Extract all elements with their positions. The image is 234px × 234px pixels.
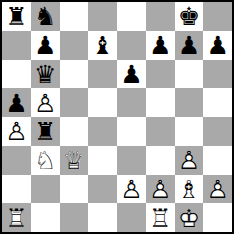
square-c3[interactable]: ♛♕ (60, 146, 89, 175)
black-pawn-glyph: ♟ (146, 33, 175, 58)
square-g4[interactable] (175, 117, 204, 146)
square-a7[interactable] (2, 31, 31, 60)
black-pawn-piece: ♟ (31, 31, 60, 60)
white-rook-outline: ♖ (146, 205, 175, 230)
white-queen-piece: ♛♕ (60, 146, 89, 175)
black-rook-glyph: ♜ (31, 119, 60, 144)
black-pawn-piece: ♟ (117, 60, 146, 89)
square-d3[interactable] (88, 146, 117, 175)
square-g3[interactable]: ♟♙ (175, 146, 204, 175)
white-bishop-piece: ♝♗ (175, 175, 204, 204)
square-b1[interactable] (31, 203, 60, 232)
square-c2[interactable] (60, 175, 89, 204)
square-a6[interactable] (2, 60, 31, 89)
white-knight-piece: ♞♘ (31, 146, 60, 175)
square-f6[interactable] (146, 60, 175, 89)
square-a1[interactable]: ♜♖ (2, 203, 31, 232)
black-queen-glyph: ♛ (31, 61, 60, 86)
white-pawn-outline: ♙ (117, 176, 146, 201)
white-pawn-piece: ♟♙ (117, 175, 146, 204)
black-pawn-piece: ♟ (203, 31, 232, 60)
chess-board: ♜♞♚♟♝♟♟♟♛♟♟♟♙♟♙♜♞♘♛♕♟♙♟♙♟♙♝♗♟♙♜♖♜♖♚♔ (0, 0, 234, 234)
square-c8[interactable] (60, 2, 89, 31)
square-b6[interactable]: ♛ (31, 60, 60, 89)
square-h2[interactable]: ♟♙ (203, 175, 232, 204)
black-knight-piece: ♞ (31, 2, 60, 31)
square-g2[interactable]: ♝♗ (175, 175, 204, 204)
square-d7[interactable]: ♝ (88, 31, 117, 60)
white-knight-outline: ♘ (31, 148, 60, 173)
white-rook-piece: ♜♖ (146, 203, 175, 232)
square-f3[interactable] (146, 146, 175, 175)
black-pawn-glyph: ♟ (117, 61, 146, 86)
square-b2[interactable] (31, 175, 60, 204)
square-h5[interactable] (203, 88, 232, 117)
square-f8[interactable] (146, 2, 175, 31)
square-c5[interactable] (60, 88, 89, 117)
square-a2[interactable] (2, 175, 31, 204)
white-pawn-piece: ♟♙ (2, 117, 31, 146)
black-knight-glyph: ♞ (31, 4, 60, 29)
square-b5[interactable]: ♟♙ (31, 88, 60, 117)
square-c1[interactable] (60, 203, 89, 232)
white-pawn-outline: ♙ (31, 90, 60, 115)
black-bishop-glyph: ♝ (88, 33, 117, 58)
white-pawn-piece: ♟♙ (31, 88, 60, 117)
square-g6[interactable] (175, 60, 204, 89)
square-b7[interactable]: ♟ (31, 31, 60, 60)
square-e7[interactable] (117, 31, 146, 60)
black-king-glyph: ♚ (175, 4, 204, 29)
black-rook-piece: ♜ (31, 117, 60, 146)
square-f7[interactable]: ♟ (146, 31, 175, 60)
square-a5[interactable]: ♟ (2, 88, 31, 117)
black-bishop-piece: ♝ (88, 31, 117, 60)
square-b4[interactable]: ♜ (31, 117, 60, 146)
square-h7[interactable]: ♟ (203, 31, 232, 60)
white-king-outline: ♔ (175, 205, 204, 230)
square-f2[interactable]: ♟♙ (146, 175, 175, 204)
square-h6[interactable] (203, 60, 232, 89)
square-e4[interactable] (117, 117, 146, 146)
black-rook-piece: ♜ (2, 2, 31, 31)
square-f4[interactable] (146, 117, 175, 146)
white-king-piece: ♚♔ (175, 203, 204, 232)
black-pawn-glyph: ♟ (31, 33, 60, 58)
white-pawn-outline: ♙ (203, 176, 232, 201)
black-pawn-glyph: ♟ (2, 90, 31, 115)
square-a8[interactable]: ♜ (2, 2, 31, 31)
white-pawn-outline: ♙ (146, 176, 175, 201)
black-rook-glyph: ♜ (2, 4, 31, 29)
square-g8[interactable]: ♚ (175, 2, 204, 31)
square-c4[interactable] (60, 117, 89, 146)
black-king-piece: ♚ (175, 2, 204, 31)
white-bishop-outline: ♗ (175, 176, 204, 201)
black-pawn-glyph: ♟ (175, 33, 204, 58)
square-d5[interactable] (88, 88, 117, 117)
square-c6[interactable] (60, 60, 89, 89)
white-pawn-outline: ♙ (2, 119, 31, 144)
square-d8[interactable] (88, 2, 117, 31)
white-pawn-piece: ♟♙ (175, 146, 204, 175)
square-h1[interactable] (203, 203, 232, 232)
square-d1[interactable] (88, 203, 117, 232)
square-g1[interactable]: ♚♔ (175, 203, 204, 232)
square-d6[interactable] (88, 60, 117, 89)
square-b3[interactable]: ♞♘ (31, 146, 60, 175)
square-g5[interactable] (175, 88, 204, 117)
square-f1[interactable]: ♜♖ (146, 203, 175, 232)
square-g7[interactable]: ♟ (175, 31, 204, 60)
white-rook-piece: ♜♖ (2, 203, 31, 232)
square-h4[interactable] (203, 117, 232, 146)
square-e6[interactable]: ♟ (117, 60, 146, 89)
square-d4[interactable] (88, 117, 117, 146)
white-pawn-piece: ♟♙ (146, 175, 175, 204)
square-c7[interactable] (60, 31, 89, 60)
square-e1[interactable] (117, 203, 146, 232)
square-f5[interactable] (146, 88, 175, 117)
square-a4[interactable]: ♟♙ (2, 117, 31, 146)
white-queen-outline: ♕ (60, 148, 89, 173)
square-h3[interactable] (203, 146, 232, 175)
square-e2[interactable]: ♟♙ (117, 175, 146, 204)
square-b8[interactable]: ♞ (31, 2, 60, 31)
square-h8[interactable] (203, 2, 232, 31)
black-queen-piece: ♛ (31, 60, 60, 89)
square-a3[interactable] (2, 146, 31, 175)
white-rook-outline: ♖ (2, 205, 31, 230)
black-pawn-piece: ♟ (146, 31, 175, 60)
square-e8[interactable] (117, 2, 146, 31)
square-e3[interactable] (117, 146, 146, 175)
black-pawn-piece: ♟ (175, 31, 204, 60)
black-pawn-piece: ♟ (2, 88, 31, 117)
square-d2[interactable] (88, 175, 117, 204)
white-pawn-piece: ♟♙ (203, 175, 232, 204)
square-e5[interactable] (117, 88, 146, 117)
black-pawn-glyph: ♟ (203, 33, 232, 58)
white-pawn-outline: ♙ (175, 148, 204, 173)
